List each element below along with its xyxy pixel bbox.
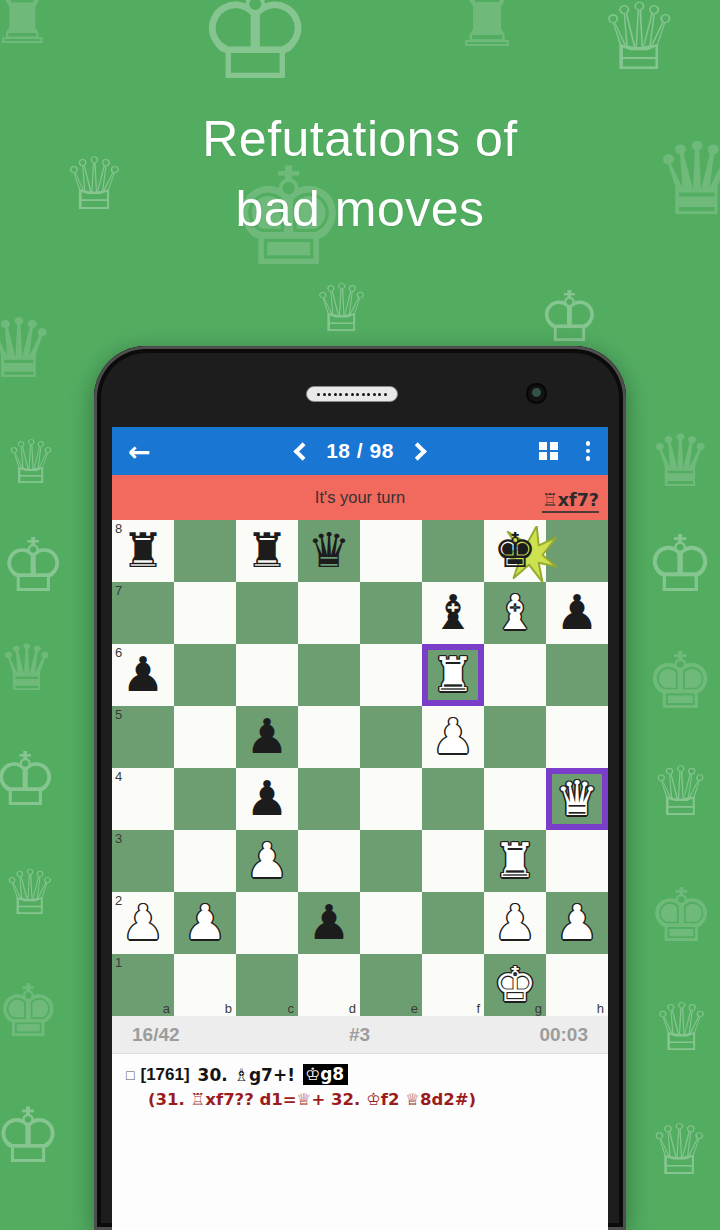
- file-label-e: e: [411, 1001, 418, 1016]
- background-queen-icon: ♕: [2, 862, 58, 924]
- square-e6[interactable]: [360, 644, 422, 706]
- rank-label-7: 7: [115, 583, 122, 598]
- square-h7[interactable]: ♟: [546, 582, 608, 644]
- file-label-h: h: [597, 1001, 604, 1016]
- square-d2[interactable]: ♟: [298, 892, 360, 954]
- square-d6[interactable]: [298, 644, 360, 706]
- square-e1[interactable]: e: [360, 954, 422, 1016]
- black-queen: ♛: [298, 520, 360, 580]
- white-queen: ♛: [546, 768, 608, 828]
- square-g7[interactable]: ♝: [484, 582, 546, 644]
- puzzle-rating: [1761]: [140, 1065, 189, 1085]
- title-line-1: Refutations of: [0, 104, 720, 174]
- next-puzzle-icon[interactable]: [408, 442, 426, 460]
- square-g8[interactable]: ♚: [484, 520, 546, 582]
- move-line: □ [1761] 30. ♗g7+! ♔g8: [126, 1064, 594, 1085]
- white-pawn: ♟: [484, 892, 546, 952]
- suggested-move-link[interactable]: ♖xf7?: [542, 490, 599, 513]
- square-d4[interactable]: [298, 768, 360, 830]
- square-h4[interactable]: ♛: [546, 768, 608, 830]
- square-f3[interactable]: [422, 830, 484, 892]
- background-queen-icon: ♛: [0, 636, 55, 700]
- overflow-menu-icon[interactable]: [582, 439, 595, 463]
- square-b5[interactable]: [174, 706, 236, 768]
- square-b7[interactable]: [174, 582, 236, 644]
- app-bar-actions: [539, 439, 594, 463]
- black-rook: ♜: [236, 520, 298, 580]
- notation-panel: □ [1761] 30. ♗g7+! ♔g8 (31. ♖xf7?? d1=♕+…: [112, 1054, 608, 1230]
- promo-screenshot: ♜♔♜♕♕♚♛♛♕♔♕♔♛♔♕♚♔♛♔♚♕♚♕♕ Refutations of …: [0, 0, 720, 1230]
- page-title: Refutations of bad moves: [0, 104, 720, 244]
- black-pawn: ♟: [546, 582, 608, 642]
- square-b8[interactable]: [174, 520, 236, 582]
- previous-puzzle-icon[interactable]: [293, 442, 311, 460]
- square-e2[interactable]: [360, 892, 422, 954]
- square-a6[interactable]: 6♟: [112, 644, 174, 706]
- phone-mockup: ← 18 / 98 It's your turn ♖xf7? 8♜♜♛♚7♝♝♟…: [94, 346, 626, 1230]
- background-king-icon: ♔: [538, 282, 601, 352]
- front-camera-icon: [526, 383, 547, 404]
- back-arrow-icon[interactable]: ←: [128, 438, 151, 465]
- background-king-icon: ♔: [0, 528, 66, 602]
- rank-label-8: 8: [115, 521, 122, 536]
- background-queen-icon: ♕: [652, 995, 711, 1061]
- square-c6[interactable]: [236, 644, 298, 706]
- square-g3[interactable]: ♜: [484, 830, 546, 892]
- white-to-move-icon: □: [126, 1067, 134, 1083]
- black-pawn: ♟: [236, 768, 298, 828]
- white-pawn: ♟: [546, 892, 608, 952]
- square-e5[interactable]: [360, 706, 422, 768]
- square-d7[interactable]: [298, 582, 360, 644]
- white-pawn: ♟: [174, 892, 236, 952]
- square-a7[interactable]: 7: [112, 582, 174, 644]
- background-queen-icon: ♛: [0, 308, 56, 390]
- square-c4[interactable]: ♟: [236, 768, 298, 830]
- square-b2[interactable]: ♟: [174, 892, 236, 954]
- file-label-d: d: [349, 1001, 356, 1016]
- square-b1[interactable]: b: [174, 954, 236, 1016]
- app-screen: ← 18 / 98 It's your turn ♖xf7? 8♜♜♛♚7♝♝♟…: [112, 427, 608, 1230]
- rank-label-2: 2: [115, 893, 122, 908]
- square-h6[interactable]: [546, 644, 608, 706]
- background-king-icon: ♔: [0, 742, 58, 816]
- square-b4[interactable]: [174, 768, 236, 830]
- square-a3[interactable]: 3: [112, 830, 174, 892]
- white-rook: ♜: [484, 830, 546, 890]
- square-b3[interactable]: [174, 830, 236, 892]
- white-pawn: ♟: [422, 706, 484, 766]
- square-e4[interactable]: [360, 768, 422, 830]
- background-queen-icon: ♕: [312, 276, 371, 342]
- refutation-line: (31. ♖xf7?? d1=♕+ 32. ♔f2 ♕8d2#): [148, 1090, 594, 1109]
- background-queen-icon: ♕: [4, 432, 58, 492]
- file-label-c: c: [288, 1001, 295, 1016]
- square-h5[interactable]: [546, 706, 608, 768]
- turn-message: It's your turn: [315, 488, 405, 507]
- square-c1[interactable]: c: [236, 954, 298, 1016]
- square-g1[interactable]: g♚: [484, 954, 546, 1016]
- bottom-status-bar: 16/42 #3 00:03: [112, 1016, 608, 1054]
- background-king-icon: ♔: [0, 1098, 62, 1174]
- square-a8[interactable]: 8♜: [112, 520, 174, 582]
- rank-label-1: 1: [115, 955, 122, 970]
- background-king-icon: ♚: [0, 975, 61, 1047]
- background-king-icon: ♚: [648, 878, 714, 952]
- square-f6[interactable]: ♜: [422, 644, 484, 706]
- square-g5[interactable]: [484, 706, 546, 768]
- square-d8[interactable]: ♛: [298, 520, 360, 582]
- main-move[interactable]: 30. ♗g7+!: [198, 1065, 295, 1085]
- square-d3[interactable]: [298, 830, 360, 892]
- square-e3[interactable]: [360, 830, 422, 892]
- mate-in-label: #3: [180, 1024, 540, 1046]
- background-king-icon: ♔: [196, 0, 314, 98]
- square-c8[interactable]: ♜: [236, 520, 298, 582]
- background-queen-icon: ♕: [650, 758, 711, 826]
- white-rook: ♜: [422, 644, 484, 704]
- square-f4[interactable]: [422, 768, 484, 830]
- background-queen-icon: ♛: [648, 425, 713, 497]
- black-pawn: ♟: [298, 892, 360, 952]
- square-g4[interactable]: [484, 768, 546, 830]
- square-e8[interactable]: [360, 520, 422, 582]
- rank-label-3: 3: [115, 831, 122, 846]
- square-g2[interactable]: ♟: [484, 892, 546, 954]
- grid-view-icon[interactable]: [539, 442, 558, 461]
- rank-label-4: 4: [115, 769, 122, 784]
- square-f5[interactable]: ♟: [422, 706, 484, 768]
- title-line-2: bad moves: [0, 174, 720, 244]
- chess-board: 8♜♜♛♚7♝♝♟6♟♜5♟♟4♟♛3♟♜2♟♟♟♟♟1abcdefg♚h: [112, 520, 608, 1016]
- square-f2[interactable]: [422, 892, 484, 954]
- puzzle-counter: 18 / 98: [326, 439, 394, 463]
- speaker-grille-icon: [306, 386, 398, 402]
- progress-count: 16/42: [132, 1024, 180, 1046]
- file-label-a: a: [163, 1001, 170, 1016]
- square-f1[interactable]: f: [422, 954, 484, 1016]
- square-h3[interactable]: [546, 830, 608, 892]
- square-h1[interactable]: h: [546, 954, 608, 1016]
- square-c3[interactable]: ♟: [236, 830, 298, 892]
- rank-label-5: 5: [115, 707, 122, 722]
- black-pawn: ♟: [236, 706, 298, 766]
- app-bar: ← 18 / 98: [112, 427, 608, 475]
- background-rook-icon: ♜: [0, 0, 55, 54]
- white-bishop: ♝: [484, 582, 546, 642]
- square-h2[interactable]: ♟: [546, 892, 608, 954]
- square-d5[interactable]: [298, 706, 360, 768]
- file-label-g: g: [535, 1001, 542, 1016]
- square-f7[interactable]: ♝: [422, 582, 484, 644]
- square-c7[interactable]: [236, 582, 298, 644]
- square-c5[interactable]: ♟: [236, 706, 298, 768]
- puzzle-navigator: 18 / 98: [296, 427, 424, 475]
- file-label-f: f: [476, 1001, 480, 1016]
- square-a5[interactable]: 5: [112, 706, 174, 768]
- square-d1[interactable]: d: [298, 954, 360, 1016]
- background-king-icon: ♔: [645, 525, 715, 603]
- background-queen-icon: ♕: [598, 0, 680, 84]
- rank-label-6: 6: [115, 645, 122, 660]
- square-a4[interactable]: 4: [112, 768, 174, 830]
- current-move-highlight[interactable]: ♔g8: [303, 1064, 348, 1085]
- background-king-icon: ♚: [645, 642, 715, 720]
- square-a2[interactable]: 2♟: [112, 892, 174, 954]
- timer: 00:03: [539, 1024, 588, 1046]
- black-bishop: ♝: [422, 582, 484, 642]
- square-a1[interactable]: 1a: [112, 954, 174, 1016]
- turn-alert-bar: It's your turn ♖xf7?: [112, 475, 608, 520]
- black-king: ♚: [484, 520, 546, 580]
- square-e7[interactable]: [360, 582, 422, 644]
- file-label-b: b: [225, 1001, 232, 1016]
- square-g6[interactable]: [484, 644, 546, 706]
- white-pawn: ♟: [236, 830, 298, 890]
- background-queen-icon: ♕: [648, 1115, 711, 1185]
- square-b6[interactable]: [174, 644, 236, 706]
- square-f8[interactable]: [422, 520, 484, 582]
- square-c2[interactable]: [236, 892, 298, 954]
- background-rook-icon: ♜: [452, 0, 522, 58]
